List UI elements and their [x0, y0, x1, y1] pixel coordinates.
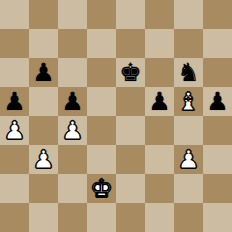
square-b2[interactable]	[29, 174, 58, 203]
square-h8[interactable]	[203, 0, 232, 29]
square-e1[interactable]	[116, 203, 145, 232]
square-f6[interactable]	[145, 58, 174, 87]
square-b3[interactable]: ♟	[29, 145, 58, 174]
square-g1[interactable]	[174, 203, 203, 232]
square-c3[interactable]	[58, 145, 87, 174]
square-b5[interactable]	[29, 87, 58, 116]
white-pawn-piece[interactable]: ♟	[61, 116, 83, 145]
square-g5[interactable]: ♝	[174, 87, 203, 116]
square-g7[interactable]	[174, 29, 203, 58]
square-c1[interactable]	[58, 203, 87, 232]
black-king-piece[interactable]: ♚	[119, 58, 141, 87]
square-b7[interactable]	[29, 29, 58, 58]
white-pawn-piece[interactable]: ♟	[3, 116, 25, 145]
black-pawn-piece[interactable]: ♟	[3, 87, 25, 116]
black-pawn-piece[interactable]: ♟	[32, 58, 54, 87]
square-c8[interactable]	[58, 0, 87, 29]
square-c6[interactable]	[58, 58, 87, 87]
square-b4[interactable]	[29, 116, 58, 145]
square-a1[interactable]	[0, 203, 29, 232]
square-a8[interactable]	[0, 0, 29, 29]
square-h2[interactable]	[203, 174, 232, 203]
square-f7[interactable]	[145, 29, 174, 58]
white-bishop-piece[interactable]: ♝	[177, 87, 199, 116]
square-a4[interactable]: ♟	[0, 116, 29, 145]
white-pawn-piece[interactable]: ♟	[32, 145, 54, 174]
square-d1[interactable]	[87, 203, 116, 232]
black-knight-piece[interactable]: ♞	[177, 58, 199, 87]
square-a5[interactable]: ♟	[0, 87, 29, 116]
square-b1[interactable]	[29, 203, 58, 232]
white-king-piece[interactable]: ♚	[90, 174, 112, 203]
square-e5[interactable]	[116, 87, 145, 116]
square-d2[interactable]: ♚	[87, 174, 116, 203]
black-pawn-piece[interactable]: ♟	[206, 87, 228, 116]
square-c7[interactable]	[58, 29, 87, 58]
square-d4[interactable]	[87, 116, 116, 145]
square-d5[interactable]	[87, 87, 116, 116]
square-g6[interactable]: ♞	[174, 58, 203, 87]
square-a7[interactable]	[0, 29, 29, 58]
square-a3[interactable]	[0, 145, 29, 174]
square-g2[interactable]	[174, 174, 203, 203]
black-pawn-piece[interactable]: ♟	[148, 87, 170, 116]
square-e2[interactable]	[116, 174, 145, 203]
white-pawn-piece[interactable]: ♟	[177, 145, 199, 174]
square-f4[interactable]	[145, 116, 174, 145]
square-d6[interactable]	[87, 58, 116, 87]
square-g4[interactable]	[174, 116, 203, 145]
square-e6[interactable]: ♚	[116, 58, 145, 87]
square-e7[interactable]	[116, 29, 145, 58]
square-e3[interactable]	[116, 145, 145, 174]
square-f1[interactable]	[145, 203, 174, 232]
square-f3[interactable]	[145, 145, 174, 174]
square-b6[interactable]: ♟	[29, 58, 58, 87]
square-d8[interactable]	[87, 0, 116, 29]
square-d3[interactable]	[87, 145, 116, 174]
square-f2[interactable]	[145, 174, 174, 203]
square-h7[interactable]	[203, 29, 232, 58]
square-h3[interactable]	[203, 145, 232, 174]
black-pawn-piece[interactable]: ♟	[61, 87, 83, 116]
square-b8[interactable]	[29, 0, 58, 29]
square-c5[interactable]: ♟	[58, 87, 87, 116]
square-a6[interactable]	[0, 58, 29, 87]
square-g8[interactable]	[174, 0, 203, 29]
square-c2[interactable]	[58, 174, 87, 203]
square-c4[interactable]: ♟	[58, 116, 87, 145]
square-d7[interactable]	[87, 29, 116, 58]
chess-board: ♟♚♞♟♟♟♝♟♟♟♟♟♚	[0, 0, 232, 232]
square-h5[interactable]: ♟	[203, 87, 232, 116]
square-e8[interactable]	[116, 0, 145, 29]
square-f5[interactable]: ♟	[145, 87, 174, 116]
square-h4[interactable]	[203, 116, 232, 145]
square-a2[interactable]	[0, 174, 29, 203]
square-f8[interactable]	[145, 0, 174, 29]
square-e4[interactable]	[116, 116, 145, 145]
square-h1[interactable]	[203, 203, 232, 232]
square-h6[interactable]	[203, 58, 232, 87]
square-g3[interactable]: ♟	[174, 145, 203, 174]
